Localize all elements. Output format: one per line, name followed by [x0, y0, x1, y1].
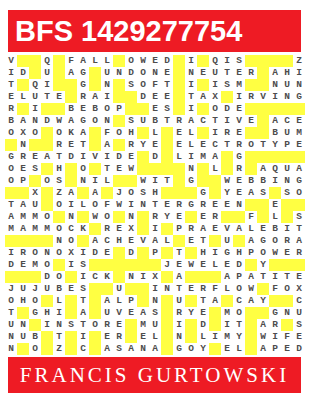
- letter-cell: E: [233, 187, 245, 199]
- blocked-cell: [137, 283, 149, 295]
- letter-cell: J: [5, 283, 17, 295]
- blocked-cell: [173, 163, 185, 175]
- letter-cell: A: [185, 115, 197, 127]
- letter-cell: V: [221, 223, 233, 235]
- blocked-cell: [293, 199, 305, 211]
- blocked-cell: [125, 103, 137, 115]
- letter-cell: L: [233, 343, 245, 355]
- blocked-cell: [89, 223, 101, 235]
- blocked-cell: [137, 223, 149, 235]
- letter-cell: T: [209, 115, 221, 127]
- letter-cell: O: [41, 175, 53, 187]
- letter-cell: O: [77, 163, 89, 175]
- letter-cell: W: [137, 175, 149, 187]
- blocked-cell: [101, 187, 113, 199]
- letter-cell: I: [185, 103, 197, 115]
- letter-cell: O: [65, 235, 77, 247]
- letter-cell: W: [89, 211, 101, 223]
- letter-cell: A: [245, 295, 257, 307]
- letter-cell: A: [89, 235, 101, 247]
- blocked-cell: [65, 295, 77, 307]
- letter-cell: Q: [29, 79, 41, 91]
- letter-cell: M: [41, 223, 53, 235]
- letter-cell: F: [269, 283, 281, 295]
- letter-cell: U: [173, 295, 185, 307]
- letter-cell: S: [53, 175, 65, 187]
- blocked-cell: [29, 235, 41, 247]
- letter-cell: F: [281, 331, 293, 343]
- blocked-cell: [53, 55, 65, 67]
- letter-cell: T: [77, 295, 89, 307]
- letter-cell: I: [53, 307, 65, 319]
- letter-cell: U: [137, 115, 149, 127]
- blocked-cell: [125, 259, 137, 271]
- letter-cell: A: [245, 187, 257, 199]
- letter-cell: R: [149, 211, 161, 223]
- letter-cell: A: [149, 343, 161, 355]
- letter-cell: H: [113, 235, 125, 247]
- letter-cell: N: [65, 211, 77, 223]
- letter-cell: B: [269, 127, 281, 139]
- letter-cell: I: [269, 175, 281, 187]
- blocked-cell: [257, 151, 269, 163]
- letter-cell: E: [197, 259, 209, 271]
- letter-cell: P: [113, 103, 125, 115]
- blocked-cell: [269, 295, 281, 307]
- letter-cell: U: [221, 235, 233, 247]
- blocked-cell: [89, 163, 101, 175]
- letter-cell: Y: [257, 259, 269, 271]
- blocked-cell: [257, 103, 269, 115]
- blocked-cell: [197, 55, 209, 67]
- letter-cell: B: [245, 175, 257, 187]
- blocked-cell: [245, 307, 257, 319]
- letter-cell: O: [281, 283, 293, 295]
- letter-cell: G: [233, 151, 245, 163]
- letter-cell: A: [17, 199, 29, 211]
- letter-cell: P: [281, 139, 293, 151]
- blocked-cell: [293, 151, 305, 163]
- letter-cell: O: [29, 343, 41, 355]
- blocked-cell: [65, 175, 77, 187]
- letter-cell: N: [101, 79, 113, 91]
- letter-cell: G: [293, 91, 305, 103]
- blocked-cell: [53, 103, 65, 115]
- letter-cell: H: [125, 127, 137, 139]
- blocked-cell: [281, 151, 293, 163]
- blocked-cell: [173, 187, 185, 199]
- letter-cell: V: [89, 151, 101, 163]
- letter-cell: T: [77, 139, 89, 151]
- letter-cell: A: [257, 319, 269, 331]
- letter-cell: E: [113, 163, 125, 175]
- letter-cell: M: [29, 223, 41, 235]
- blocked-cell: [137, 103, 149, 115]
- letter-cell: O: [137, 79, 149, 91]
- blocked-cell: [5, 271, 17, 283]
- letter-cell: T: [41, 91, 53, 103]
- letter-cell: N: [293, 79, 305, 91]
- letter-cell: T: [233, 319, 245, 331]
- letter-cell: X: [65, 247, 77, 259]
- letter-cell: O: [5, 127, 17, 139]
- letter-cell: E: [293, 271, 305, 283]
- blocked-cell: [185, 271, 197, 283]
- letter-cell: D: [41, 271, 53, 283]
- letter-cell: U: [209, 67, 221, 79]
- letter-cell: R: [281, 235, 293, 247]
- blocked-cell: [17, 271, 29, 283]
- letter-cell: B: [53, 283, 65, 295]
- letter-cell: R: [17, 151, 29, 163]
- blocked-cell: [89, 295, 101, 307]
- letter-cell: R: [113, 331, 125, 343]
- blocked-cell: [293, 259, 305, 271]
- blocked-cell: [53, 211, 65, 223]
- letter-cell: T: [257, 271, 269, 283]
- letter-cell: E: [221, 343, 233, 355]
- letter-cell: D: [161, 55, 173, 67]
- blocked-cell: [161, 331, 173, 343]
- letter-cell: Q: [41, 55, 53, 67]
- letter-cell: R: [101, 319, 113, 331]
- letter-cell: V: [113, 307, 125, 319]
- blocked-cell: [89, 343, 101, 355]
- letter-cell: A: [257, 343, 269, 355]
- letter-cell: I: [221, 115, 233, 127]
- letter-cell: K: [101, 271, 113, 283]
- letter-cell: T: [5, 199, 17, 211]
- letter-cell: D: [125, 247, 137, 259]
- letter-cell: F: [245, 211, 257, 223]
- blocked-cell: [209, 235, 221, 247]
- blocked-cell: [245, 151, 257, 163]
- letter-cell: L: [77, 199, 89, 211]
- blocked-cell: [173, 67, 185, 79]
- blocked-cell: [29, 55, 41, 67]
- letter-cell: V: [5, 55, 17, 67]
- blocked-cell: [89, 79, 101, 91]
- letter-cell: A: [65, 187, 77, 199]
- letter-cell: A: [65, 67, 77, 79]
- letter-cell: W: [113, 199, 125, 211]
- letter-cell: S: [77, 259, 89, 271]
- letter-cell: N: [41, 247, 53, 259]
- letter-cell: G: [185, 199, 197, 211]
- blocked-cell: [41, 127, 53, 139]
- letter-cell: U: [29, 199, 41, 211]
- letter-cell: E: [173, 139, 185, 151]
- book-cover: BFS 1429277754 VQFALLOWEDIQISZIDUAGUNDON…: [0, 0, 309, 400]
- letter-cell: O: [269, 235, 281, 247]
- letter-cell: U: [149, 319, 161, 331]
- letter-cell: N: [53, 319, 65, 331]
- blocked-cell: [137, 163, 149, 175]
- letter-cell: A: [245, 235, 257, 247]
- letter-cell: B: [65, 103, 77, 115]
- letter-cell: S: [137, 187, 149, 199]
- letter-cell: O: [185, 343, 197, 355]
- letter-cell: S: [281, 187, 293, 199]
- letter-cell: G: [257, 235, 269, 247]
- letter-cell: D: [197, 319, 209, 331]
- letter-cell: H: [41, 307, 53, 319]
- letter-cell: B: [149, 115, 161, 127]
- letter-cell: O: [125, 55, 137, 67]
- blocked-cell: [65, 331, 77, 343]
- blocked-cell: [197, 163, 209, 175]
- letter-cell: D: [113, 151, 125, 163]
- letter-cell: T: [161, 115, 173, 127]
- blocked-cell: [257, 127, 269, 139]
- letter-cell: J: [29, 283, 41, 295]
- letter-cell: U: [101, 307, 113, 319]
- letter-cell: N: [77, 175, 89, 187]
- letter-cell: N: [5, 331, 17, 343]
- letter-cell: N: [17, 139, 29, 151]
- blocked-cell: [197, 79, 209, 91]
- letter-cell: J: [113, 187, 125, 199]
- letter-cell: I: [185, 151, 197, 163]
- blocked-cell: [5, 187, 17, 199]
- letter-cell: P: [17, 175, 29, 187]
- letter-cell: O: [5, 295, 17, 307]
- letter-cell: R: [125, 139, 137, 151]
- blocked-cell: [161, 343, 173, 355]
- letter-cell: G: [197, 187, 209, 199]
- blocked-cell: [209, 175, 221, 187]
- letter-cell: A: [101, 295, 113, 307]
- letter-cell: U: [41, 283, 53, 295]
- letter-cell: A: [17, 223, 29, 235]
- letter-cell: T: [161, 175, 173, 187]
- blocked-cell: [41, 331, 53, 343]
- blocked-cell: [161, 151, 173, 163]
- blocked-cell: [113, 139, 125, 151]
- letter-cell: R: [173, 199, 185, 211]
- letter-cell: A: [101, 343, 113, 355]
- blocked-cell: [281, 55, 293, 67]
- blocked-cell: [41, 103, 53, 115]
- letter-cell: A: [101, 139, 113, 151]
- letter-cell: T: [185, 91, 197, 103]
- blocked-cell: [185, 319, 197, 331]
- letter-cell: O: [53, 127, 65, 139]
- author-banner: FRANCIS GURTOWSKI: [8, 357, 301, 393]
- blocked-cell: [221, 163, 233, 175]
- letter-cell: N: [113, 67, 125, 79]
- letter-cell: O: [53, 199, 65, 211]
- blocked-cell: [41, 163, 53, 175]
- blocked-cell: [89, 331, 101, 343]
- letter-cell: U: [113, 283, 125, 295]
- blocked-cell: [221, 211, 233, 223]
- letter-cell: H: [53, 163, 65, 175]
- letter-cell: O: [233, 307, 245, 319]
- letter-cell: X: [293, 283, 305, 295]
- blocked-cell: [161, 139, 173, 151]
- letter-cell: G: [269, 307, 281, 319]
- blocked-cell: [77, 187, 89, 199]
- letter-cell: T: [293, 223, 305, 235]
- letter-cell: C: [293, 295, 305, 307]
- letter-cell: T: [197, 235, 209, 247]
- letter-cell: E: [17, 259, 29, 271]
- letter-cell: E: [161, 199, 173, 211]
- letter-cell: N: [137, 199, 149, 211]
- letter-cell: A: [89, 91, 101, 103]
- letter-cell: I: [125, 199, 137, 211]
- blocked-cell: [173, 91, 185, 103]
- letter-cell: T: [101, 163, 113, 175]
- letter-cell: G: [221, 247, 233, 259]
- letter-cell: E: [221, 259, 233, 271]
- letter-cell: B: [29, 331, 41, 343]
- letter-cell: N: [281, 175, 293, 187]
- letter-cell: D: [221, 103, 233, 115]
- letter-cell: L: [197, 331, 209, 343]
- blocked-cell: [161, 271, 173, 283]
- letter-cell: C: [281, 115, 293, 127]
- letter-cell: T: [77, 319, 89, 331]
- blocked-cell: [53, 259, 65, 271]
- letter-cell: E: [185, 235, 197, 247]
- blocked-cell: [161, 247, 173, 259]
- letter-cell: I: [269, 271, 281, 283]
- blocked-cell: [17, 55, 29, 67]
- blocked-cell: [113, 91, 125, 103]
- letter-cell: T: [173, 247, 185, 259]
- blocked-cell: [293, 103, 305, 115]
- letter-cell: L: [161, 235, 173, 247]
- blocked-cell: [101, 283, 113, 295]
- letter-cell: I: [221, 55, 233, 67]
- blocked-cell: [281, 199, 293, 211]
- blocked-cell: [77, 235, 89, 247]
- blocked-cell: [17, 235, 29, 247]
- letter-cell: I: [77, 151, 89, 163]
- letter-cell: I: [5, 67, 17, 79]
- blocked-cell: [185, 331, 197, 343]
- letter-cell: B: [89, 103, 101, 115]
- letter-cell: R: [5, 103, 17, 115]
- letter-cell: E: [197, 211, 209, 223]
- letter-cell: E: [161, 67, 173, 79]
- letter-cell: B: [257, 175, 269, 187]
- letter-cell: U: [101, 67, 113, 79]
- letter-cell: U: [17, 331, 29, 343]
- letter-cell: X: [29, 187, 41, 199]
- letter-cell: L: [101, 55, 113, 67]
- letter-cell: O: [125, 187, 137, 199]
- blocked-cell: [197, 103, 209, 115]
- letter-cell: A: [149, 235, 161, 247]
- letter-cell: M: [197, 151, 209, 163]
- letter-cell: I: [29, 103, 41, 115]
- letter-cell: N: [185, 163, 197, 175]
- letter-cell: E: [125, 151, 137, 163]
- blocked-cell: [257, 79, 269, 91]
- blocked-cell: [17, 79, 29, 91]
- letter-cell: I: [209, 331, 221, 343]
- blocked-cell: [41, 139, 53, 151]
- letter-cell: F: [101, 127, 113, 139]
- letter-cell: E: [281, 343, 293, 355]
- letter-cell: S: [65, 319, 77, 331]
- blocked-cell: [161, 319, 173, 331]
- blocked-cell: [221, 295, 233, 307]
- letter-cell: E: [161, 91, 173, 103]
- letter-cell: M: [221, 307, 233, 319]
- blocked-cell: [89, 259, 101, 271]
- letter-cell: L: [149, 127, 161, 139]
- letter-cell: R: [53, 139, 65, 151]
- letter-cell: U: [29, 91, 41, 103]
- blocked-cell: [161, 187, 173, 199]
- letter-cell: Y: [137, 139, 149, 151]
- letter-cell: D: [65, 151, 77, 163]
- blocked-cell: [17, 307, 29, 319]
- blocked-cell: [113, 271, 125, 283]
- letter-cell: F: [101, 199, 113, 211]
- letter-cell: N: [173, 331, 185, 343]
- letter-cell: O: [53, 223, 65, 235]
- letter-cell: P: [269, 343, 281, 355]
- letter-cell: R: [245, 67, 257, 79]
- blocked-cell: [113, 55, 125, 67]
- blocked-cell: [185, 295, 197, 307]
- letter-cell: W: [257, 331, 269, 343]
- blocked-cell: [281, 319, 293, 331]
- blocked-cell: [257, 307, 269, 319]
- letter-cell: M: [29, 259, 41, 271]
- letter-cell: Z: [53, 187, 65, 199]
- blocked-cell: [125, 319, 137, 331]
- letter-cell: G: [77, 79, 89, 91]
- blocked-cell: [209, 319, 221, 331]
- letter-cell: R: [233, 163, 245, 175]
- letter-cell: S: [125, 115, 137, 127]
- letter-cell: L: [221, 283, 233, 295]
- letter-cell: R: [245, 91, 257, 103]
- letter-cell: N: [125, 211, 137, 223]
- blocked-cell: [221, 151, 233, 163]
- letter-cell: D: [293, 343, 305, 355]
- letter-cell: N: [137, 343, 149, 355]
- letter-cell: E: [125, 307, 137, 319]
- blocked-cell: [281, 295, 293, 307]
- blocked-cell: [41, 295, 53, 307]
- letter-cell: F: [65, 55, 77, 67]
- blocked-cell: [89, 67, 101, 79]
- letter-cell: L: [17, 91, 29, 103]
- letter-cell: G: [293, 175, 305, 187]
- letter-cell: L: [185, 139, 197, 151]
- letter-cell: C: [233, 295, 245, 307]
- letter-cell: D: [41, 115, 53, 127]
- letter-cell: N: [149, 295, 161, 307]
- blocked-cell: [245, 343, 257, 355]
- letter-cell: G: [173, 343, 185, 355]
- letter-cell: D: [89, 247, 101, 259]
- letter-cell: I: [209, 247, 221, 259]
- letter-cell: R: [269, 319, 281, 331]
- letter-cell: E: [173, 127, 185, 139]
- blocked-cell: [137, 127, 149, 139]
- letter-cell: T: [5, 307, 17, 319]
- blocked-cell: [65, 307, 77, 319]
- letter-cell: U: [281, 79, 293, 91]
